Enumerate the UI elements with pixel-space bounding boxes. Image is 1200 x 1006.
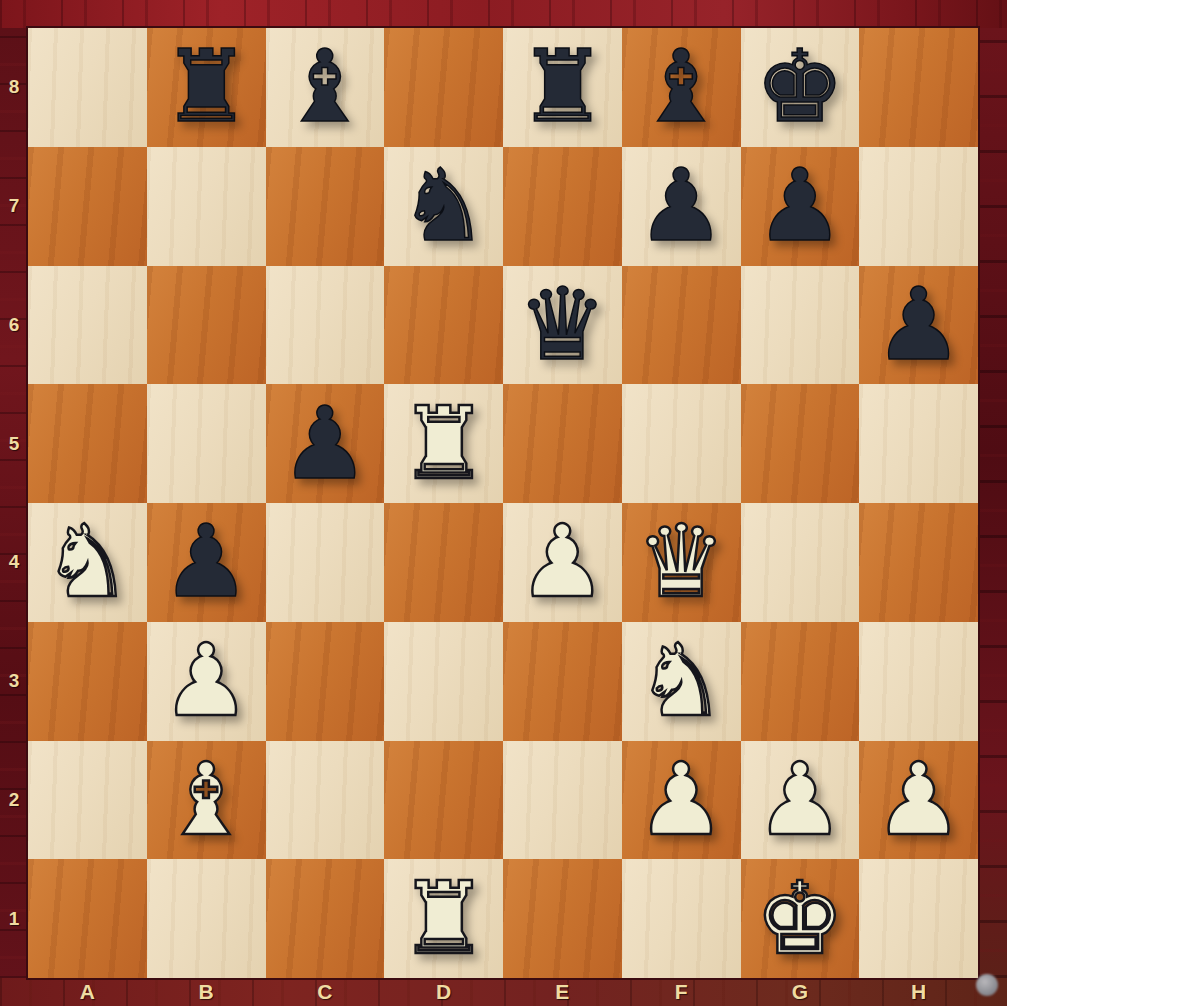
chess-board: 87654321 ♜♝♜♝♚♞♟♟♛♟♟♜♞♟♟♛♟♞♝♟♟♟♜♚ ABCDEF… (0, 0, 1007, 1006)
white-queen[interactable]: ♛ (636, 512, 726, 612)
square-b5[interactable] (147, 384, 266, 503)
rank-label-5: 5 (0, 384, 28, 503)
rank-label-4: 4 (0, 503, 28, 622)
black-knight[interactable]: ♞ (399, 156, 489, 256)
square-a2[interactable] (28, 741, 147, 860)
black-pawn[interactable]: ♟ (874, 275, 964, 375)
square-e1[interactable] (503, 859, 622, 978)
square-f3[interactable]: ♞ (622, 622, 741, 741)
white-pawn[interactable]: ♟ (518, 512, 608, 612)
square-g5[interactable] (741, 384, 860, 503)
square-c6[interactable] (266, 266, 385, 385)
square-d1[interactable]: ♜ (384, 859, 503, 978)
square-c8[interactable]: ♝ (266, 28, 385, 147)
square-a1[interactable] (28, 859, 147, 978)
black-pawn[interactable]: ♟ (161, 512, 251, 612)
square-c2[interactable] (266, 741, 385, 860)
black-queen[interactable]: ♛ (518, 275, 608, 375)
file-labels: ABCDEFGH (28, 978, 978, 1006)
square-h4[interactable] (859, 503, 978, 622)
black-bishop[interactable]: ♝ (636, 37, 726, 137)
white-knight[interactable]: ♞ (636, 631, 726, 731)
square-e6[interactable]: ♛ (503, 266, 622, 385)
square-d8[interactable] (384, 28, 503, 147)
white-bishop[interactable]: ♝ (161, 750, 251, 850)
square-c3[interactable] (266, 622, 385, 741)
square-f6[interactable] (622, 266, 741, 385)
square-d2[interactable] (384, 741, 503, 860)
black-rook[interactable]: ♜ (161, 37, 251, 137)
square-g4[interactable] (741, 503, 860, 622)
square-c5[interactable]: ♟ (266, 384, 385, 503)
square-e5[interactable] (503, 384, 622, 503)
corner-pin-icon (976, 974, 998, 996)
square-f7[interactable]: ♟ (622, 147, 741, 266)
rank-label-8: 8 (0, 28, 28, 147)
square-h7[interactable] (859, 147, 978, 266)
black-pawn[interactable]: ♟ (755, 156, 845, 256)
rank-label-6: 6 (0, 266, 28, 385)
file-label-b: B (147, 978, 266, 1006)
file-label-f: F (622, 978, 741, 1006)
square-d4[interactable] (384, 503, 503, 622)
square-g6[interactable] (741, 266, 860, 385)
square-g7[interactable]: ♟ (741, 147, 860, 266)
square-d5[interactable]: ♜ (384, 384, 503, 503)
square-a6[interactable] (28, 266, 147, 385)
black-bishop[interactable]: ♝ (280, 37, 370, 137)
square-b7[interactable] (147, 147, 266, 266)
square-a3[interactable] (28, 622, 147, 741)
square-a4[interactable]: ♞ (28, 503, 147, 622)
rank-labels: 87654321 (0, 28, 28, 978)
white-pawn[interactable]: ♟ (636, 750, 726, 850)
black-pawn[interactable]: ♟ (636, 156, 726, 256)
file-label-e: E (503, 978, 622, 1006)
square-a8[interactable] (28, 28, 147, 147)
file-label-c: C (266, 978, 385, 1006)
file-label-d: D (384, 978, 503, 1006)
square-f1[interactable] (622, 859, 741, 978)
square-f4[interactable]: ♛ (622, 503, 741, 622)
white-king[interactable]: ♚ (755, 869, 845, 969)
square-f2[interactable]: ♟ (622, 741, 741, 860)
square-e4[interactable]: ♟ (503, 503, 622, 622)
square-c7[interactable] (266, 147, 385, 266)
black-rook[interactable]: ♜ (518, 37, 608, 137)
square-a7[interactable] (28, 147, 147, 266)
square-g3[interactable] (741, 622, 860, 741)
rank-label-1: 1 (0, 859, 28, 978)
square-h5[interactable] (859, 384, 978, 503)
square-e2[interactable] (503, 741, 622, 860)
square-a5[interactable] (28, 384, 147, 503)
square-d3[interactable] (384, 622, 503, 741)
square-e3[interactable] (503, 622, 622, 741)
rank-label-7: 7 (0, 147, 28, 266)
square-c1[interactable] (266, 859, 385, 978)
square-h8[interactable] (859, 28, 978, 147)
square-f5[interactable] (622, 384, 741, 503)
square-e8[interactable]: ♜ (503, 28, 622, 147)
white-pawn[interactable]: ♟ (874, 750, 964, 850)
file-label-a: A (28, 978, 147, 1006)
square-d7[interactable]: ♞ (384, 147, 503, 266)
white-rook[interactable]: ♜ (399, 394, 489, 494)
white-rook[interactable]: ♜ (399, 869, 489, 969)
square-c4[interactable] (266, 503, 385, 622)
rank-label-3: 3 (0, 622, 28, 741)
rank-label-2: 2 (0, 741, 28, 860)
square-h3[interactable] (859, 622, 978, 741)
square-b1[interactable] (147, 859, 266, 978)
file-label-g: G (741, 978, 860, 1006)
square-h1[interactable] (859, 859, 978, 978)
board-frame-top (0, 0, 1007, 28)
file-label-h: H (859, 978, 978, 1006)
board-frame-right (978, 28, 1007, 978)
square-b3[interactable]: ♟ (147, 622, 266, 741)
square-b8[interactable]: ♜ (147, 28, 266, 147)
square-g2[interactable]: ♟ (741, 741, 860, 860)
square-h6[interactable]: ♟ (859, 266, 978, 385)
square-b6[interactable] (147, 266, 266, 385)
black-pawn[interactable]: ♟ (280, 394, 370, 494)
square-b2[interactable]: ♝ (147, 741, 266, 860)
square-g8[interactable]: ♚ (741, 28, 860, 147)
white-knight[interactable]: ♞ (43, 512, 133, 612)
square-g1[interactable]: ♚ (741, 859, 860, 978)
square-b4[interactable]: ♟ (147, 503, 266, 622)
white-pawn[interactable]: ♟ (755, 750, 845, 850)
white-pawn[interactable]: ♟ (161, 631, 251, 731)
square-f8[interactable]: ♝ (622, 28, 741, 147)
black-king[interactable]: ♚ (755, 37, 845, 137)
square-e7[interactable] (503, 147, 622, 266)
square-h2[interactable]: ♟ (859, 741, 978, 860)
board-grid: ♜♝♜♝♚♞♟♟♛♟♟♜♞♟♟♛♟♞♝♟♟♟♜♚ (28, 28, 978, 978)
square-d6[interactable] (384, 266, 503, 385)
